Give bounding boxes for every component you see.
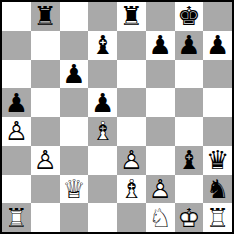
square-f5[interactable] xyxy=(146,88,175,117)
square-c4[interactable] xyxy=(60,117,89,146)
piece-white-pawn[interactable]: ♟♙ xyxy=(5,118,28,144)
square-b5[interactable] xyxy=(31,88,60,117)
piece-outline-layer: ♗ xyxy=(120,175,143,204)
piece-white-rook[interactable]: ♜♖ xyxy=(5,205,28,231)
square-g8[interactable]: ♚ xyxy=(175,2,204,31)
square-f7[interactable]: ♟ xyxy=(146,31,175,60)
piece-black-pawn[interactable]: ♟ xyxy=(206,32,229,58)
piece-black-pawn[interactable]: ♟ xyxy=(91,90,114,116)
chess-board: ♜♜♚♝♟♟♟♟♟♟♟♙♝♗♟♙♟♙♝♛♛♕♝♗♟♙♞♜♖♞♘♚♔♜♖ xyxy=(0,0,234,234)
piece-black-queen[interactable]: ♛ xyxy=(206,147,229,173)
piece-outline-layer: ♖ xyxy=(206,203,229,232)
square-c5[interactable] xyxy=(60,88,89,117)
piece-outline-layer: ♗ xyxy=(91,117,114,146)
square-e5[interactable] xyxy=(117,88,146,117)
square-g4[interactable] xyxy=(175,117,204,146)
square-h8[interactable] xyxy=(203,2,232,31)
piece-black-pawn[interactable]: ♟ xyxy=(177,32,200,58)
piece-white-pawn[interactable]: ♟♙ xyxy=(120,147,143,173)
square-b1[interactable] xyxy=(31,203,60,232)
square-a4[interactable]: ♟♙ xyxy=(2,117,31,146)
square-g1[interactable]: ♚♔ xyxy=(175,203,204,232)
piece-outline-layer: ♙ xyxy=(120,146,143,175)
square-a6[interactable] xyxy=(2,60,31,89)
square-g5[interactable] xyxy=(175,88,204,117)
piece-black-pawn[interactable]: ♟ xyxy=(148,32,171,58)
square-a7[interactable] xyxy=(2,31,31,60)
square-c8[interactable] xyxy=(60,2,89,31)
piece-outline-layer: ♙ xyxy=(148,175,171,204)
square-d1[interactable] xyxy=(88,203,117,232)
piece-outline-layer: ♕ xyxy=(62,175,85,204)
square-g6[interactable] xyxy=(175,60,204,89)
square-c1[interactable] xyxy=(60,203,89,232)
piece-white-queen[interactable]: ♛♕ xyxy=(62,176,85,202)
piece-black-rook[interactable]: ♜ xyxy=(120,3,143,29)
square-b2[interactable] xyxy=(31,175,60,204)
square-h5[interactable] xyxy=(203,88,232,117)
square-a2[interactable] xyxy=(2,175,31,204)
piece-black-king[interactable]: ♚ xyxy=(177,3,200,29)
piece-black-knight[interactable]: ♞ xyxy=(206,176,229,202)
piece-white-pawn[interactable]: ♟♙ xyxy=(148,176,171,202)
square-h1[interactable]: ♜♖ xyxy=(203,203,232,232)
square-f3[interactable] xyxy=(146,146,175,175)
square-b3[interactable]: ♟♙ xyxy=(31,146,60,175)
piece-white-rook[interactable]: ♜♖ xyxy=(206,205,229,231)
piece-white-bishop[interactable]: ♝♗ xyxy=(120,176,143,202)
piece-white-pawn[interactable]: ♟♙ xyxy=(33,147,56,173)
piece-black-rook[interactable]: ♜ xyxy=(33,3,56,29)
square-a3[interactable] xyxy=(2,146,31,175)
square-e3[interactable]: ♟♙ xyxy=(117,146,146,175)
square-e8[interactable]: ♜ xyxy=(117,2,146,31)
square-c3[interactable] xyxy=(60,146,89,175)
square-e2[interactable]: ♝♗ xyxy=(117,175,146,204)
square-e7[interactable] xyxy=(117,31,146,60)
piece-black-bishop[interactable]: ♝ xyxy=(177,147,200,173)
square-a1[interactable]: ♜♖ xyxy=(2,203,31,232)
square-d4[interactable]: ♝♗ xyxy=(88,117,117,146)
square-h6[interactable] xyxy=(203,60,232,89)
square-a5[interactable]: ♟ xyxy=(2,88,31,117)
piece-white-king[interactable]: ♚♔ xyxy=(177,205,200,231)
square-f8[interactable] xyxy=(146,2,175,31)
piece-white-bishop[interactable]: ♝♗ xyxy=(91,118,114,144)
piece-outline-layer: ♔ xyxy=(177,203,200,232)
square-g7[interactable]: ♟ xyxy=(175,31,204,60)
square-d3[interactable] xyxy=(88,146,117,175)
piece-black-bishop[interactable]: ♝ xyxy=(91,32,114,58)
square-c7[interactable] xyxy=(60,31,89,60)
square-d5[interactable]: ♟ xyxy=(88,88,117,117)
square-b7[interactable] xyxy=(31,31,60,60)
square-e6[interactable] xyxy=(117,60,146,89)
square-f6[interactable] xyxy=(146,60,175,89)
square-g3[interactable]: ♝ xyxy=(175,146,204,175)
piece-outline-layer: ♖ xyxy=(5,203,28,232)
square-b6[interactable] xyxy=(31,60,60,89)
square-b8[interactable]: ♜ xyxy=(31,2,60,31)
square-h2[interactable]: ♞ xyxy=(203,175,232,204)
square-h3[interactable]: ♛ xyxy=(203,146,232,175)
square-d7[interactable]: ♝ xyxy=(88,31,117,60)
piece-outline-layer: ♙ xyxy=(33,146,56,175)
square-g2[interactable] xyxy=(175,175,204,204)
square-f2[interactable]: ♟♙ xyxy=(146,175,175,204)
square-d6[interactable] xyxy=(88,60,117,89)
square-f4[interactable] xyxy=(146,117,175,146)
piece-black-pawn[interactable]: ♟ xyxy=(62,61,85,87)
square-a8[interactable] xyxy=(2,2,31,31)
square-c6[interactable]: ♟ xyxy=(60,60,89,89)
piece-outline-layer: ♙ xyxy=(5,117,28,146)
square-h4[interactable] xyxy=(203,117,232,146)
square-d8[interactable] xyxy=(88,2,117,31)
piece-outline-layer: ♘ xyxy=(148,203,171,232)
square-h7[interactable]: ♟ xyxy=(203,31,232,60)
piece-white-knight[interactable]: ♞♘ xyxy=(148,205,171,231)
piece-black-pawn[interactable]: ♟ xyxy=(5,90,28,116)
square-e4[interactable] xyxy=(117,117,146,146)
square-b4[interactable] xyxy=(31,117,60,146)
square-e1[interactable] xyxy=(117,203,146,232)
square-d2[interactable] xyxy=(88,175,117,204)
square-f1[interactable]: ♞♘ xyxy=(146,203,175,232)
square-c2[interactable]: ♛♕ xyxy=(60,175,89,204)
